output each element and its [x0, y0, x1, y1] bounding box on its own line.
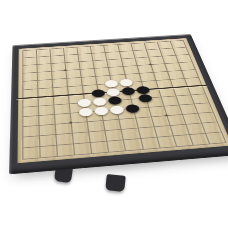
grid-cell[interactable] — [73, 142, 91, 154]
black-stone[interactable]: ● — [124, 102, 142, 114]
board-foot — [105, 174, 126, 192]
white-stone[interactable]: ● — [93, 104, 110, 116]
black-stone[interactable]: ● — [136, 92, 154, 103]
grid-cell[interactable] — [22, 146, 39, 159]
grid-cell[interactable] — [39, 145, 57, 158]
grid-cell[interactable] — [90, 141, 109, 153]
grid-cell[interactable] — [56, 144, 74, 157]
star-point — [164, 114, 168, 116]
go-board: ●●●●●●●●●●●●●● — [9, 34, 228, 175]
product-photo-scene: ●●●●●●●●●●●●●● — [0, 0, 228, 228]
star-point — [148, 63, 151, 65]
board-surface: ●●●●●●●●●●●●●● — [18, 38, 228, 163]
grid-cell[interactable] — [205, 132, 225, 144]
white-stone[interactable]: ● — [77, 106, 94, 118]
goban-grid: ●●●●●●●●●●●●●● — [22, 40, 226, 160]
